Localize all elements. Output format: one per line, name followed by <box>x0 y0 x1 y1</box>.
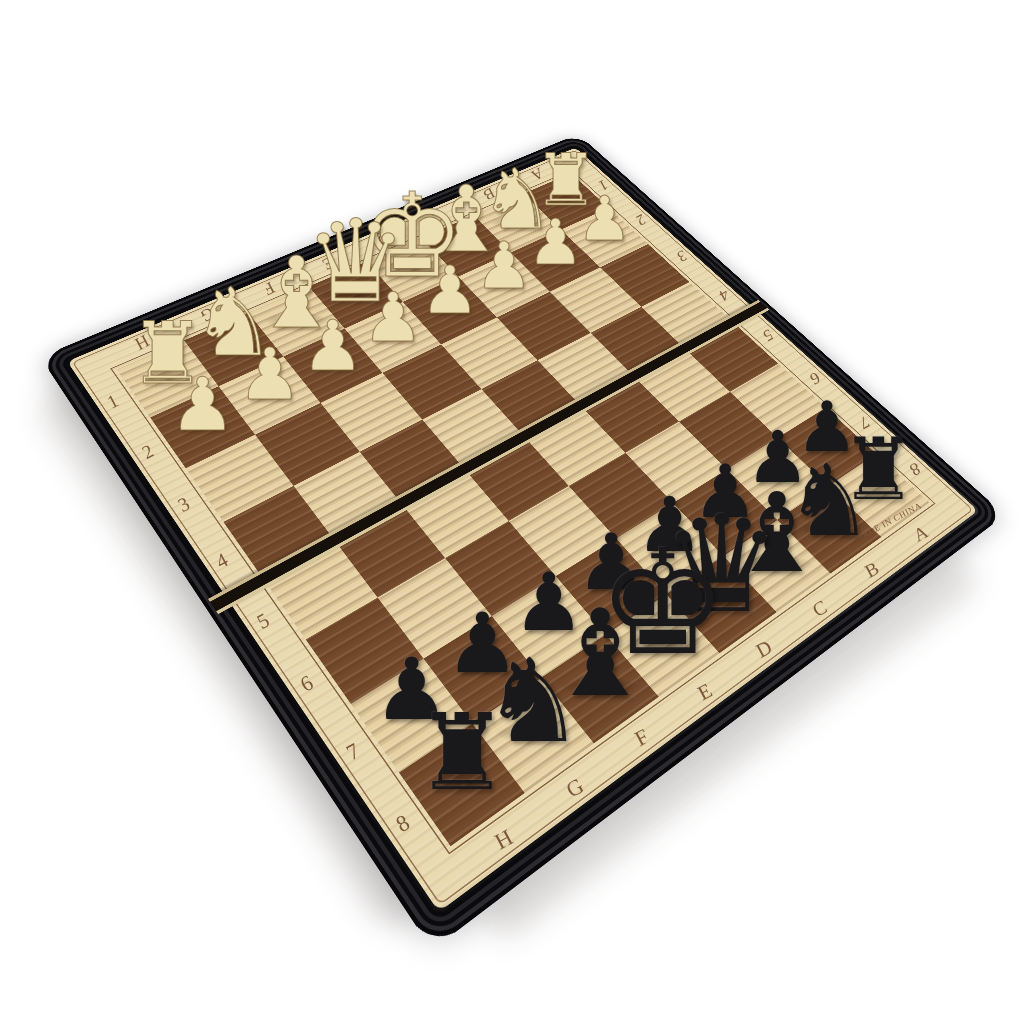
chess-set-photo: AABBCCDDEEFFGGHH1122334455667788MADE IN … <box>0 0 1024 1024</box>
chess-board <box>40 134 1005 950</box>
